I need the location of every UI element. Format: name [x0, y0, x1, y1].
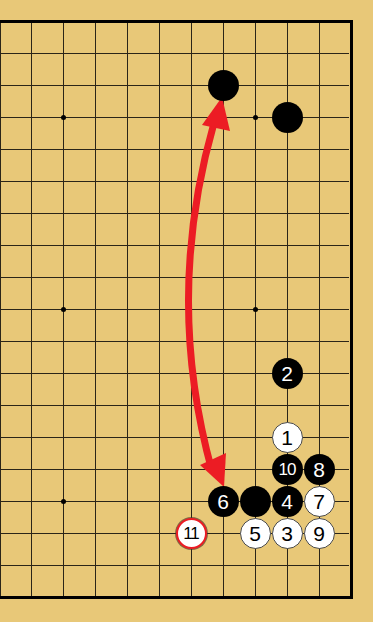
stone-R16[interactable]	[272, 102, 303, 133]
stone-S3[interactable]: 9	[304, 518, 335, 549]
move-number: 3	[281, 523, 293, 544]
stone-Q3[interactable]: 5	[240, 518, 271, 549]
move-number: 11	[183, 525, 199, 542]
stone-P4[interactable]: 6	[208, 486, 239, 517]
stone-R5[interactable]: 10	[272, 454, 303, 485]
stone-Q4[interactable]	[240, 486, 271, 517]
stone-R6[interactable]: 1	[272, 422, 303, 453]
move-number: 2	[281, 363, 293, 384]
move-number: 9	[313, 523, 325, 544]
move-number: 4	[281, 491, 293, 512]
stone-S4[interactable]: 7	[304, 486, 335, 517]
move-number: 10	[279, 461, 296, 478]
arrow-shaft	[188, 123, 214, 471]
stone-S5[interactable]: 8	[304, 454, 335, 485]
move-number: 8	[313, 459, 325, 480]
stone-R3[interactable]: 3	[272, 518, 303, 549]
stone-P17[interactable]	[208, 70, 239, 101]
go-board-diagram[interactable]: 2110864711539	[0, 0, 373, 622]
arrow-head-down-icon	[200, 453, 226, 487]
move-number: 6	[217, 491, 229, 512]
arrow-head-up-icon	[202, 97, 230, 131]
move-number: 7	[313, 491, 325, 512]
stone-R4[interactable]: 4	[272, 486, 303, 517]
stone-R8[interactable]: 2	[272, 358, 303, 389]
move-number: 5	[249, 523, 261, 544]
stone-O3[interactable]: 11	[176, 518, 207, 549]
move-number: 1	[281, 427, 293, 448]
